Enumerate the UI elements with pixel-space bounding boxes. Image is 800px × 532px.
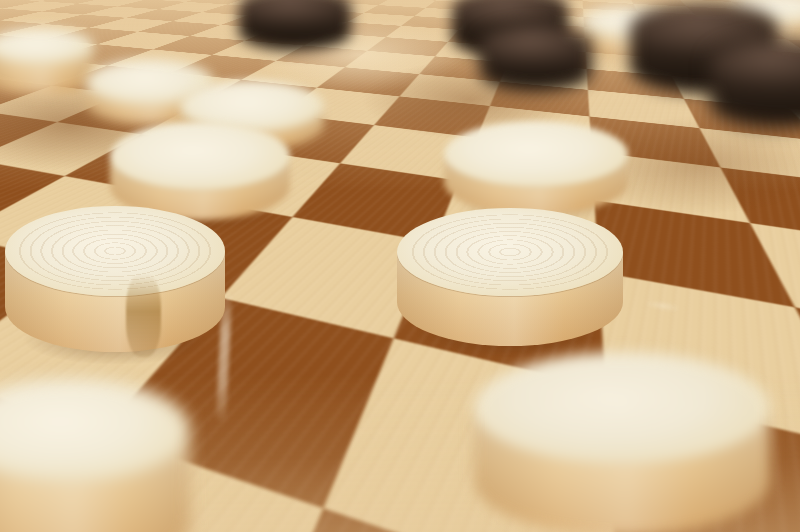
piece-growth-rings (18, 212, 212, 289)
piece-top-face (444, 121, 628, 187)
piece-wood-grain-streak (126, 274, 161, 357)
piece-top-face (480, 25, 592, 63)
checker-piece-dark[interactable] (710, 39, 800, 127)
piece-growth-rings (492, 360, 752, 456)
checkers-photo-scene (0, 0, 800, 532)
checker-piece-dark[interactable] (239, 0, 351, 50)
checker-piece-light[interactable] (5, 206, 225, 352)
pieces-layer (0, 0, 800, 532)
checker-piece-light[interactable] (474, 352, 770, 532)
piece-top-face (110, 122, 290, 190)
checker-piece-light[interactable] (0, 378, 190, 532)
piece-growth-rings (411, 214, 610, 290)
checker-piece-light[interactable] (0, 28, 94, 94)
checker-piece-light[interactable] (444, 121, 628, 215)
checker-piece-light[interactable] (397, 208, 623, 346)
checker-piece-dark[interactable] (480, 25, 592, 91)
